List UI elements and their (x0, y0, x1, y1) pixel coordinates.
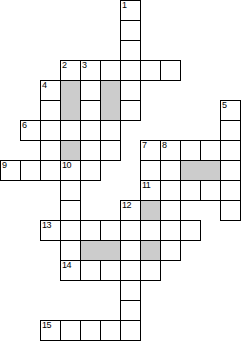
clue-number: 11 (142, 181, 150, 190)
crossword-cell[interactable] (60, 320, 81, 341)
crossword-cell[interactable] (140, 260, 161, 281)
crossword-cell[interactable] (120, 280, 141, 301)
crossword-cell[interactable] (120, 240, 141, 261)
crossword-cell[interactable]: 12 (120, 200, 141, 221)
crossword-cell[interactable] (120, 40, 141, 61)
crossword-cell[interactable]: 3 (80, 60, 101, 81)
crossword-cell-shaded[interactable] (140, 200, 161, 221)
clue-number: 8 (162, 141, 167, 150)
crossword-cell[interactable]: 9 (0, 160, 21, 181)
clue-number: 13 (42, 221, 51, 230)
crossword-cell[interactable] (120, 100, 141, 121)
clue-number: 10 (62, 161, 71, 170)
crossword-cell[interactable] (180, 180, 201, 201)
crossword-cell[interactable] (120, 220, 141, 241)
crossword-cell[interactable] (180, 140, 201, 161)
crossword-cell[interactable] (220, 120, 241, 141)
crossword-cell[interactable]: 11 (140, 180, 161, 201)
crossword-cell[interactable] (120, 320, 141, 341)
crossword-cell[interactable] (20, 160, 41, 181)
clue-number: 15 (42, 321, 51, 330)
crossword-cell[interactable] (100, 260, 121, 281)
crossword-cell[interactable] (60, 120, 81, 141)
crossword-cell[interactable] (220, 160, 241, 181)
crossword-cell[interactable] (80, 160, 101, 181)
clue-number: 4 (42, 81, 47, 90)
clue-number: 5 (222, 101, 227, 110)
crossword-cell[interactable]: 7 (140, 140, 161, 161)
crossword-cell[interactable]: 13 (40, 220, 61, 241)
crossword-cell[interactable]: 5 (220, 100, 241, 121)
crossword-cell[interactable] (40, 140, 61, 161)
crossword-cell-shaded[interactable] (180, 160, 221, 181)
crossword-cell[interactable] (140, 220, 161, 241)
crossword-cell[interactable] (80, 260, 101, 281)
clue-number: 9 (2, 161, 7, 170)
crossword-cell[interactable]: 1 (120, 0, 141, 21)
clue-number: 14 (62, 261, 71, 270)
crossword-cell[interactable] (140, 160, 161, 181)
crossword-cell[interactable]: 8 (160, 140, 181, 161)
crossword-cell[interactable] (160, 180, 181, 201)
clue-number: 12 (122, 201, 131, 210)
crossword-cell[interactable] (40, 120, 61, 141)
crossword-cell[interactable]: 14 (60, 260, 81, 281)
crossword-cell[interactable] (60, 220, 81, 241)
crossword-cell[interactable] (40, 100, 61, 121)
crossword-cell[interactable] (100, 60, 121, 81)
crossword-cell[interactable] (100, 120, 121, 141)
crossword-cell[interactable] (80, 140, 101, 161)
crossword-cell[interactable] (80, 220, 101, 241)
crossword-cell-shaded[interactable] (80, 240, 121, 261)
crossword-cell[interactable] (60, 240, 81, 261)
crossword-cell[interactable] (100, 220, 121, 241)
crossword-cell[interactable] (80, 80, 101, 101)
clue-number: 7 (142, 141, 147, 150)
crossword-board: 123456789101112131415 (0, 0, 241, 341)
crossword-cell[interactable]: 4 (40, 80, 61, 101)
crossword-cell[interactable] (60, 200, 81, 221)
crossword-cell[interactable]: 2 (60, 60, 81, 81)
crossword-cell[interactable] (120, 60, 141, 81)
crossword-cell[interactable] (120, 80, 141, 101)
crossword-cell[interactable] (80, 120, 101, 141)
crossword-cell-shaded[interactable] (100, 80, 121, 121)
crossword-cell[interactable] (100, 140, 121, 161)
clue-number: 1 (122, 1, 127, 10)
crossword-cell[interactable] (160, 160, 181, 181)
crossword-cell[interactable] (160, 220, 181, 241)
clue-number: 3 (82, 61, 87, 70)
crossword-cell[interactable]: 10 (60, 160, 81, 181)
crossword-cell-shaded[interactable] (60, 140, 81, 161)
crossword-cell[interactable] (100, 320, 121, 341)
crossword-cell[interactable] (40, 160, 61, 181)
crossword-cell[interactable] (80, 100, 101, 121)
crossword-cell[interactable] (220, 200, 241, 221)
crossword-cell[interactable] (60, 180, 81, 201)
crossword-cell[interactable] (220, 140, 241, 161)
crossword-cell[interactable] (120, 260, 141, 281)
crossword-cell[interactable]: 6 (20, 120, 41, 141)
crossword-cell[interactable] (120, 20, 141, 41)
crossword-cell[interactable] (120, 300, 141, 321)
crossword-cell[interactable] (160, 60, 181, 81)
clue-number: 2 (62, 61, 67, 70)
crossword-cell[interactable] (140, 60, 161, 81)
crossword-cell-shaded[interactable] (140, 240, 161, 261)
crossword-cell[interactable]: 15 (40, 320, 61, 341)
crossword-cell[interactable] (200, 140, 221, 161)
clue-number: 6 (22, 121, 27, 130)
crossword-cell[interactable] (80, 320, 101, 341)
crossword-cell[interactable] (200, 180, 221, 201)
crossword-cell[interactable] (180, 220, 201, 241)
crossword-cell[interactable] (160, 240, 181, 261)
crossword-cell[interactable] (220, 180, 241, 201)
crossword-cell[interactable] (160, 200, 181, 221)
crossword-cell-shaded[interactable] (60, 80, 81, 121)
